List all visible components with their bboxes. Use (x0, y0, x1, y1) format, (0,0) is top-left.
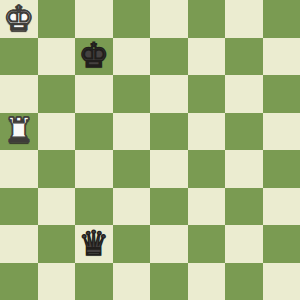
square-f4[interactable] (188, 150, 226, 188)
square-g7[interactable] (225, 38, 263, 76)
square-b8[interactable] (38, 0, 76, 38)
square-c7[interactable]: ♚ (75, 38, 113, 76)
square-b1[interactable] (38, 263, 76, 300)
square-h3[interactable] (263, 188, 301, 226)
square-a1[interactable] (0, 263, 38, 300)
square-a3[interactable] (0, 188, 38, 226)
square-c1[interactable] (75, 263, 113, 300)
square-f5[interactable] (188, 113, 226, 151)
square-h8[interactable] (263, 0, 301, 38)
square-f8[interactable] (188, 0, 226, 38)
square-g2[interactable] (225, 225, 263, 263)
square-f1[interactable] (188, 263, 226, 300)
square-g6[interactable] (225, 75, 263, 113)
square-e8[interactable] (150, 0, 188, 38)
square-c2[interactable]: ♛ (75, 225, 113, 263)
square-c6[interactable] (75, 75, 113, 113)
square-g8[interactable] (225, 0, 263, 38)
black-king[interactable]: ♚ (79, 38, 109, 72)
white-king[interactable]: ♚ (4, 1, 34, 35)
square-a4[interactable] (0, 150, 38, 188)
square-d6[interactable] (113, 75, 151, 113)
square-g1[interactable] (225, 263, 263, 300)
square-h6[interactable] (263, 75, 301, 113)
square-b5[interactable] (38, 113, 76, 151)
square-c4[interactable] (75, 150, 113, 188)
square-a8[interactable]: ♚ (0, 0, 38, 38)
square-f3[interactable] (188, 188, 226, 226)
square-c3[interactable] (75, 188, 113, 226)
square-d7[interactable] (113, 38, 151, 76)
white-rook[interactable]: ♜ (4, 113, 34, 147)
square-d2[interactable] (113, 225, 151, 263)
square-d8[interactable] (113, 0, 151, 38)
square-e1[interactable] (150, 263, 188, 300)
square-e6[interactable] (150, 75, 188, 113)
square-e3[interactable] (150, 188, 188, 226)
square-g5[interactable] (225, 113, 263, 151)
square-a2[interactable] (0, 225, 38, 263)
square-e4[interactable] (150, 150, 188, 188)
square-g3[interactable] (225, 188, 263, 226)
square-c5[interactable] (75, 113, 113, 151)
square-b3[interactable] (38, 188, 76, 226)
square-a7[interactable] (0, 38, 38, 76)
square-h2[interactable] (263, 225, 301, 263)
square-f6[interactable] (188, 75, 226, 113)
square-b4[interactable] (38, 150, 76, 188)
square-e7[interactable] (150, 38, 188, 76)
square-e2[interactable] (150, 225, 188, 263)
square-f2[interactable] (188, 225, 226, 263)
square-d4[interactable] (113, 150, 151, 188)
square-d5[interactable] (113, 113, 151, 151)
black-queen[interactable]: ♛ (79, 226, 109, 260)
square-g4[interactable] (225, 150, 263, 188)
square-h5[interactable] (263, 113, 301, 151)
square-a5[interactable]: ♜ (0, 113, 38, 151)
square-f7[interactable] (188, 38, 226, 76)
square-c8[interactable] (75, 0, 113, 38)
square-b7[interactable] (38, 38, 76, 76)
square-h4[interactable] (263, 150, 301, 188)
square-b2[interactable] (38, 225, 76, 263)
square-d3[interactable] (113, 188, 151, 226)
square-h7[interactable] (263, 38, 301, 76)
chess-board: ♚♚♜♛ (0, 0, 300, 300)
square-h1[interactable] (263, 263, 301, 300)
square-b6[interactable] (38, 75, 76, 113)
square-e5[interactable] (150, 113, 188, 151)
square-a6[interactable] (0, 75, 38, 113)
square-d1[interactable] (113, 263, 151, 300)
